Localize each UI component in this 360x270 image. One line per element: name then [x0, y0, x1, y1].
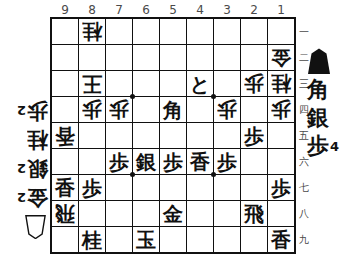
square-8i[interactable]: 桂	[79, 227, 105, 252]
square-5e[interactable]	[160, 123, 186, 148]
gote-piece: 歩	[217, 100, 237, 120]
square-4i[interactable]	[187, 227, 213, 252]
gote-piece: 香	[55, 126, 75, 146]
sente-piece: 銀	[136, 152, 156, 172]
square-7i[interactable]	[106, 227, 132, 252]
square-1a[interactable]	[268, 19, 294, 44]
sente-piece: と	[190, 74, 210, 94]
gote-hand-piece-銀[interactable]: 銀2	[17, 154, 48, 183]
square-8a[interactable]: 桂	[79, 19, 105, 44]
square-6a[interactable]	[133, 19, 159, 44]
square-5c[interactable]	[160, 71, 186, 96]
sente-piece: 歩	[244, 126, 264, 146]
shogi-board: 桂金王と歩桂歩歩角歩歩香歩歩銀歩香歩香歩歩飛金飛桂玉香	[50, 17, 296, 254]
square-7f[interactable]: 歩	[106, 149, 132, 174]
sente-piece: 歩	[217, 152, 237, 172]
hand-piece-glyph: 角	[307, 79, 329, 101]
square-8g[interactable]: 歩	[79, 175, 105, 200]
square-7a[interactable]	[106, 19, 132, 44]
square-4d[interactable]	[187, 97, 213, 122]
gote-hand-piece-歩[interactable]: 歩2	[17, 96, 48, 125]
square-1c[interactable]: 桂	[268, 71, 294, 96]
file-label-6: 6	[133, 3, 159, 17]
square-4g[interactable]	[187, 175, 213, 200]
hand-piece-count: 4	[330, 140, 339, 153]
square-5g[interactable]	[160, 175, 186, 200]
square-6c[interactable]	[133, 71, 159, 96]
square-9a[interactable]	[52, 19, 78, 44]
sente-piece: 香	[271, 230, 291, 250]
square-1b[interactable]: 金	[268, 45, 294, 70]
sente-piece: 桂	[82, 230, 102, 250]
file-label-5: 5	[160, 3, 186, 17]
gote-hand-piece-金[interactable]: 金2	[17, 183, 48, 212]
square-9c[interactable]	[52, 71, 78, 96]
sente-piece: 歩	[163, 152, 183, 172]
sente-piece: 歩	[82, 178, 102, 198]
file-label-1: 1	[268, 3, 294, 17]
square-7g[interactable]	[106, 175, 132, 200]
star-point	[130, 172, 135, 177]
square-8d[interactable]: 歩	[79, 97, 105, 122]
square-1d[interactable]: 歩	[268, 97, 294, 122]
hand-piece-count: 2	[17, 162, 26, 175]
square-6d[interactable]	[133, 97, 159, 122]
square-3c[interactable]	[214, 71, 240, 96]
sente-hand-tray: 角銀歩4	[307, 46, 357, 160]
sente-piece: 香	[190, 152, 210, 172]
sente-hand-piece-銀[interactable]: 銀	[307, 104, 329, 132]
sente-piece: 玉	[136, 230, 156, 250]
sente-piece: 角	[163, 100, 183, 120]
square-9i[interactable]	[52, 227, 78, 252]
gote-hand-tray: 歩2桂銀2金2	[2, 96, 48, 242]
square-9b[interactable]	[52, 45, 78, 70]
rank-label-1: 一	[299, 19, 309, 45]
hand-piece-count: 2	[17, 104, 26, 117]
file-labels: 987654321	[52, 3, 294, 17]
sente-hand-piece-角[interactable]: 角	[307, 76, 329, 104]
gote-piece: 歩	[109, 100, 129, 120]
square-9h[interactable]: 飛	[52, 201, 78, 226]
square-3b[interactable]	[214, 45, 240, 70]
sente-piece: 金	[163, 204, 183, 224]
square-6f[interactable]: 銀	[133, 149, 159, 174]
square-1g[interactable]: 歩	[268, 175, 294, 200]
square-9f[interactable]	[52, 149, 78, 174]
gote-piece: 飛	[55, 204, 75, 224]
square-4f[interactable]: 香	[187, 149, 213, 174]
square-3i[interactable]	[214, 227, 240, 252]
square-8h[interactable]	[79, 201, 105, 226]
file-label-4: 4	[187, 3, 213, 17]
square-2g[interactable]	[241, 175, 267, 200]
hand-piece-glyph: 歩	[27, 100, 48, 121]
square-2h[interactable]: 飛	[241, 201, 267, 226]
gote-piece: 金	[271, 48, 291, 68]
square-6e[interactable]	[133, 123, 159, 148]
square-4h[interactable]	[187, 201, 213, 226]
square-5a[interactable]	[160, 19, 186, 44]
gote-piece: 歩	[244, 74, 264, 94]
file-label-9: 9	[52, 3, 78, 17]
square-5i[interactable]	[160, 227, 186, 252]
sente-piece: 歩	[271, 178, 291, 198]
square-4c[interactable]: と	[187, 71, 213, 96]
hand-piece-count: 2	[17, 191, 26, 204]
square-6b[interactable]	[133, 45, 159, 70]
square-1e[interactable]	[268, 123, 294, 148]
square-3a[interactable]	[214, 19, 240, 44]
rank-label-7: 七	[299, 175, 309, 201]
square-7e[interactable]	[106, 123, 132, 148]
square-8c[interactable]: 王	[79, 71, 105, 96]
square-3e[interactable]	[214, 123, 240, 148]
hand-piece-glyph: 歩	[307, 135, 329, 157]
sente-piece: 歩	[109, 152, 129, 172]
square-8b[interactable]	[79, 45, 105, 70]
gote-piece: 歩	[82, 100, 102, 120]
gote-piece: 王	[82, 74, 102, 94]
square-4a[interactable]	[187, 19, 213, 44]
square-6i[interactable]: 玉	[133, 227, 159, 252]
square-3f[interactable]: 歩	[214, 149, 240, 174]
square-2f[interactable]	[241, 149, 267, 174]
gote-piece: 桂	[82, 22, 102, 42]
square-1f[interactable]	[268, 149, 294, 174]
square-4e[interactable]	[187, 123, 213, 148]
square-2e[interactable]: 歩	[241, 123, 267, 148]
hand-piece-glyph: 桂	[27, 129, 48, 150]
square-7d[interactable]: 歩	[106, 97, 132, 122]
hand-piece-glyph: 金	[27, 187, 48, 208]
sente-piece: 飛	[244, 204, 264, 224]
square-9e[interactable]: 香	[52, 123, 78, 148]
file-label-7: 7	[106, 3, 132, 17]
star-point	[211, 94, 216, 99]
square-3h[interactable]	[214, 201, 240, 226]
hand-piece-glyph: 銀	[307, 107, 329, 129]
square-7h[interactable]	[106, 201, 132, 226]
sente-hand-piece-歩[interactable]: 歩4	[307, 132, 339, 160]
file-label-3: 3	[214, 3, 240, 17]
square-2i[interactable]	[241, 227, 267, 252]
sente-piece: 香	[55, 178, 75, 198]
square-4b[interactable]	[187, 45, 213, 70]
gote-piece: 歩	[271, 100, 291, 120]
rank-label-9: 九	[299, 227, 309, 253]
gote-hand-piece-桂[interactable]: 桂	[27, 125, 48, 154]
star-point	[211, 172, 216, 177]
gote-marker-icon	[25, 212, 48, 242]
square-2c[interactable]: 歩	[241, 71, 267, 96]
square-5f[interactable]: 歩	[160, 149, 186, 174]
board-grid: 桂金王と歩桂歩歩角歩歩香歩歩銀歩香歩香歩歩飛金飛桂玉香	[52, 19, 294, 252]
square-2a[interactable]	[241, 19, 267, 44]
square-3d[interactable]: 歩	[214, 97, 240, 122]
square-1i[interactable]: 香	[268, 227, 294, 252]
square-3g[interactable]	[214, 175, 240, 200]
square-1h[interactable]	[268, 201, 294, 226]
square-7c[interactable]	[106, 71, 132, 96]
square-9d[interactable]	[52, 97, 78, 122]
square-5d[interactable]: 角	[160, 97, 186, 122]
gote-piece: 桂	[271, 74, 291, 94]
file-label-2: 2	[241, 3, 267, 17]
star-point	[130, 94, 135, 99]
sente-marker-icon	[307, 46, 331, 76]
hand-piece-glyph: 銀	[27, 158, 48, 179]
square-6h[interactable]	[133, 201, 159, 226]
square-8e[interactable]	[79, 123, 105, 148]
file-label-8: 8	[79, 3, 105, 17]
square-5h[interactable]: 金	[160, 201, 186, 226]
square-8f[interactable]	[79, 149, 105, 174]
square-6g[interactable]	[133, 175, 159, 200]
square-2b[interactable]	[241, 45, 267, 70]
square-7b[interactable]	[106, 45, 132, 70]
square-9g[interactable]: 香	[52, 175, 78, 200]
square-2d[interactable]	[241, 97, 267, 122]
square-5b[interactable]	[160, 45, 186, 70]
rank-label-8: 八	[299, 201, 309, 227]
